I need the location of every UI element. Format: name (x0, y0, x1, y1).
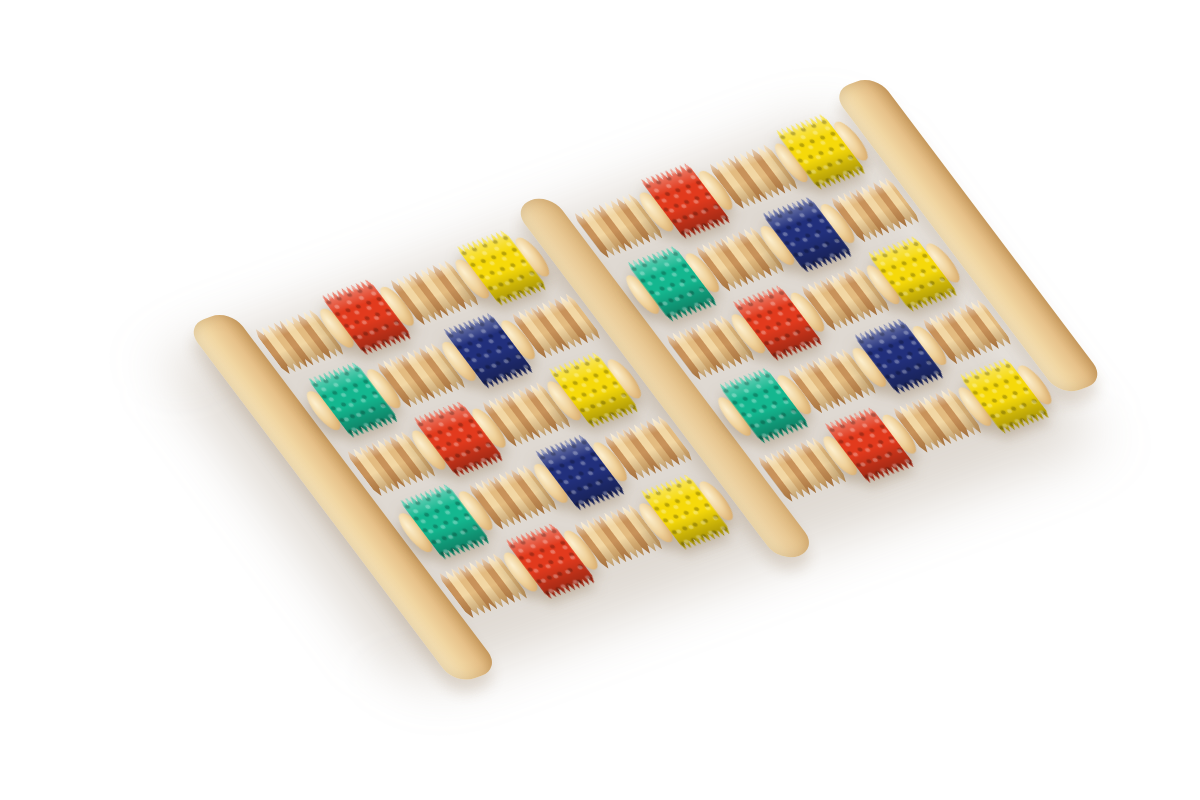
product-photo (0, 0, 1200, 800)
